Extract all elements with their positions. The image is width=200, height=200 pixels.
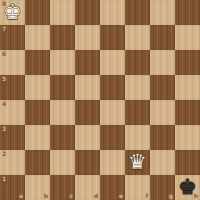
file-label-b: b xyxy=(44,193,48,199)
square-e2[interactable] xyxy=(100,150,125,175)
square-b8[interactable] xyxy=(25,0,50,25)
square-b4[interactable] xyxy=(25,100,50,125)
square-d5[interactable] xyxy=(75,75,100,100)
square-d3[interactable] xyxy=(75,125,100,150)
square-c5[interactable] xyxy=(50,75,75,100)
square-e6[interactable] xyxy=(100,50,125,75)
square-g5[interactable] xyxy=(150,75,175,100)
square-g8[interactable] xyxy=(150,0,175,25)
square-h5[interactable] xyxy=(175,75,200,100)
square-b7[interactable] xyxy=(25,25,50,50)
chess-board: 8♚765432♛1abcdefgh♚ xyxy=(0,0,200,200)
square-b2[interactable] xyxy=(25,150,50,175)
white-queen[interactable]: ♛ xyxy=(128,152,147,173)
file-label-c: c xyxy=(69,193,73,199)
white-king[interactable]: ♚ xyxy=(3,2,22,23)
rank-label-6: 6 xyxy=(2,51,6,57)
square-c1[interactable]: c xyxy=(50,175,75,200)
square-e8[interactable] xyxy=(100,0,125,25)
square-e5[interactable] xyxy=(100,75,125,100)
square-g4[interactable] xyxy=(150,100,175,125)
square-a8[interactable]: 8♚ xyxy=(0,0,25,25)
square-b3[interactable] xyxy=(25,125,50,150)
square-b6[interactable] xyxy=(25,50,50,75)
square-f7[interactable] xyxy=(125,25,150,50)
square-h3[interactable] xyxy=(175,125,200,150)
square-e4[interactable] xyxy=(100,100,125,125)
file-label-f: f xyxy=(145,193,148,199)
file-label-d: d xyxy=(94,193,98,199)
square-f4[interactable] xyxy=(125,100,150,125)
square-a5[interactable]: 5 xyxy=(0,75,25,100)
square-a3[interactable]: 3 xyxy=(0,125,25,150)
square-a7[interactable]: 7 xyxy=(0,25,25,50)
black-king[interactable]: ♚ xyxy=(178,177,197,198)
square-f1[interactable]: f xyxy=(125,175,150,200)
square-e3[interactable] xyxy=(100,125,125,150)
square-g6[interactable] xyxy=(150,50,175,75)
square-e7[interactable] xyxy=(100,25,125,50)
square-d6[interactable] xyxy=(75,50,100,75)
square-f6[interactable] xyxy=(125,50,150,75)
square-h4[interactable] xyxy=(175,100,200,125)
square-h6[interactable] xyxy=(175,50,200,75)
square-g3[interactable] xyxy=(150,125,175,150)
rank-label-2: 2 xyxy=(2,151,6,157)
square-c6[interactable] xyxy=(50,50,75,75)
rank-label-7: 7 xyxy=(2,26,6,32)
square-d1[interactable]: d xyxy=(75,175,100,200)
square-e1[interactable]: e xyxy=(100,175,125,200)
square-g1[interactable]: g xyxy=(150,175,175,200)
square-b5[interactable] xyxy=(25,75,50,100)
square-h7[interactable] xyxy=(175,25,200,50)
square-a4[interactable]: 4 xyxy=(0,100,25,125)
square-b1[interactable]: b xyxy=(25,175,50,200)
square-f5[interactable] xyxy=(125,75,150,100)
file-label-e: e xyxy=(119,193,123,199)
rank-label-4: 4 xyxy=(2,101,6,107)
square-c7[interactable] xyxy=(50,25,75,50)
square-h8[interactable] xyxy=(175,0,200,25)
square-c4[interactable] xyxy=(50,100,75,125)
rank-label-5: 5 xyxy=(2,76,6,82)
square-a2[interactable]: 2 xyxy=(0,150,25,175)
square-a1[interactable]: 1a xyxy=(0,175,25,200)
square-f8[interactable] xyxy=(125,0,150,25)
square-g7[interactable] xyxy=(150,25,175,50)
square-c8[interactable] xyxy=(50,0,75,25)
square-d4[interactable] xyxy=(75,100,100,125)
rank-label-1: 1 xyxy=(2,176,6,182)
square-f2[interactable]: ♛ xyxy=(125,150,150,175)
square-d7[interactable] xyxy=(75,25,100,50)
square-f3[interactable] xyxy=(125,125,150,150)
square-g2[interactable] xyxy=(150,150,175,175)
square-h2[interactable] xyxy=(175,150,200,175)
file-label-a: a xyxy=(19,193,23,199)
rank-label-3: 3 xyxy=(2,126,6,132)
file-label-g: g xyxy=(169,193,173,199)
square-h1[interactable]: h♚ xyxy=(175,175,200,200)
square-d8[interactable] xyxy=(75,0,100,25)
square-c2[interactable] xyxy=(50,150,75,175)
square-a6[interactable]: 6 xyxy=(0,50,25,75)
square-c3[interactable] xyxy=(50,125,75,150)
square-d2[interactable] xyxy=(75,150,100,175)
